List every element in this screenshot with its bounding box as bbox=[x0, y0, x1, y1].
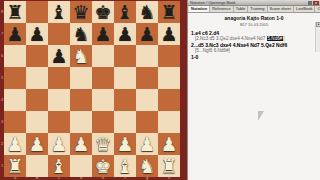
square-e5[interactable] bbox=[92, 67, 114, 89]
tab-strip: NotationReferenceTableTrainingScore shee… bbox=[188, 6, 320, 13]
tab-score-sheet[interactable]: Score sheet bbox=[268, 6, 294, 12]
square-h3[interactable] bbox=[158, 111, 180, 133]
piece-black-pawn: ♟ bbox=[136, 23, 158, 45]
square-a4[interactable] bbox=[4, 89, 26, 111]
minimize-icon[interactable] bbox=[308, 1, 312, 5]
square-a2[interactable]: ♟ bbox=[4, 133, 26, 155]
game-result: 1-0 bbox=[191, 54, 314, 60]
file-label-d: d bbox=[70, 175, 92, 180]
square-e1[interactable]: ♚ bbox=[92, 155, 114, 177]
piece-white-pawn: ♟ bbox=[48, 133, 70, 155]
square-b1[interactable] bbox=[26, 155, 48, 177]
square-g4[interactable] bbox=[136, 89, 158, 111]
piece-white-king: ♚ bbox=[92, 155, 114, 177]
square-e3[interactable] bbox=[92, 111, 114, 133]
variation-1-pre[interactable]: [2.Nc3 d5 3.Qe2 dxe4 4.Nxe4 Nd7 bbox=[195, 36, 267, 41]
file-label-f: f bbox=[114, 175, 136, 180]
file-label-b: b bbox=[26, 175, 48, 180]
piece-white-pawn: ♟ bbox=[114, 133, 136, 155]
square-b5[interactable] bbox=[26, 67, 48, 89]
square-f7[interactable]: ♟ bbox=[114, 23, 136, 45]
piece-black-pawn: ♟ bbox=[158, 23, 180, 45]
square-a8[interactable]: ♜ bbox=[4, 1, 26, 23]
piece-black-queen: ♛ bbox=[70, 1, 92, 23]
tab-notation[interactable]: Notation bbox=[189, 6, 210, 12]
panel-title: Notation / Openings Book bbox=[190, 0, 236, 5]
square-d3[interactable] bbox=[70, 111, 92, 133]
piece-black-rook: ♜ bbox=[158, 1, 180, 23]
square-c1[interactable]: ♝ bbox=[48, 155, 70, 177]
board-squares: ♜♝♛♚♝♞♜♟♟♞♟♟♟♟♟♞♟♟♟♟♛♟♟♟♜♝♚♝♞♜ bbox=[4, 1, 180, 177]
square-d6[interactable]: ♞ bbox=[70, 45, 92, 67]
square-a5[interactable] bbox=[4, 67, 26, 89]
square-d4[interactable] bbox=[70, 89, 92, 111]
game-header: anagoria Kajto Raton 1-0 B17 10.03.2005 bbox=[188, 13, 320, 27]
square-h7[interactable]: ♟ bbox=[158, 23, 180, 45]
square-c5[interactable] bbox=[48, 67, 70, 89]
square-c7[interactable] bbox=[48, 23, 70, 45]
tab-openings-book[interactable]: Openings Book bbox=[315, 6, 320, 12]
piece-black-knight: ♞ bbox=[136, 1, 158, 23]
piece-black-pawn: ♟ bbox=[26, 23, 48, 45]
square-f6[interactable] bbox=[114, 45, 136, 67]
file-label-a: a bbox=[4, 175, 26, 180]
square-h1[interactable]: ♜ bbox=[158, 155, 180, 177]
piece-white-rook: ♜ bbox=[4, 155, 26, 177]
piece-black-pawn: ♟ bbox=[92, 23, 114, 45]
move-list: 1.e4 c6 2.d4 [2.Nc3 d5 3.Qe2 dxe4 4.Nxe4… bbox=[188, 27, 320, 60]
square-e7[interactable]: ♟ bbox=[92, 23, 114, 45]
tab-reference[interactable]: Reference bbox=[210, 6, 233, 12]
piece-black-bishop: ♝ bbox=[48, 1, 70, 23]
scrollbar[interactable]: ▲ bbox=[315, 22, 320, 52]
square-b8[interactable] bbox=[26, 1, 48, 23]
chess-board: 87654321 ♜♝♛♚♝♞♜♟♟♞♟♟♟♟♟♞♟♟♟♟♛♟♟♟♜♝♚♝♞♜ … bbox=[0, 0, 187, 180]
square-g6[interactable] bbox=[136, 45, 158, 67]
square-f4[interactable] bbox=[114, 89, 136, 111]
square-f2[interactable]: ♟ bbox=[114, 133, 136, 155]
square-e6[interactable] bbox=[92, 45, 114, 67]
square-g3[interactable] bbox=[136, 111, 158, 133]
square-g8[interactable]: ♞ bbox=[136, 1, 158, 23]
square-b6[interactable] bbox=[26, 45, 48, 67]
square-b3[interactable] bbox=[26, 111, 48, 133]
piece-white-rook: ♜ bbox=[158, 155, 180, 177]
piece-white-pawn: ♟ bbox=[158, 133, 180, 155]
piece-white-queen: ♛ bbox=[92, 133, 114, 155]
piece-black-pawn: ♟ bbox=[48, 45, 70, 67]
file-label-e: e bbox=[92, 175, 114, 180]
mouse-cursor bbox=[258, 111, 264, 121]
square-a7[interactable]: ♟ bbox=[4, 23, 26, 45]
square-a6[interactable] bbox=[4, 45, 26, 67]
square-a3[interactable] bbox=[4, 111, 26, 133]
piece-white-pawn: ♟ bbox=[136, 133, 158, 155]
close-icon[interactable]: x bbox=[313, 1, 319, 5]
square-f3[interactable] bbox=[114, 111, 136, 133]
piece-black-knight: ♞ bbox=[70, 23, 92, 45]
piece-white-pawn: ♟ bbox=[70, 133, 92, 155]
square-f5[interactable] bbox=[114, 67, 136, 89]
piece-white-bishop: ♝ bbox=[114, 155, 136, 177]
square-g2[interactable]: ♟ bbox=[136, 133, 158, 155]
square-g5[interactable] bbox=[136, 67, 158, 89]
file-label-c: c bbox=[48, 175, 70, 180]
piece-black-king: ♚ bbox=[92, 1, 114, 23]
tab-livebook[interactable]: LiveBook bbox=[294, 6, 315, 12]
square-g1[interactable]: ♞ bbox=[136, 155, 158, 177]
file-label-h: h bbox=[158, 175, 180, 180]
square-c6[interactable]: ♟ bbox=[48, 45, 70, 67]
current-move-highlight[interactable]: 5.Nd6# bbox=[267, 36, 284, 41]
piece-white-knight: ♞ bbox=[136, 155, 158, 177]
square-c4[interactable] bbox=[48, 89, 70, 111]
square-h4[interactable] bbox=[158, 89, 180, 111]
notation-panel: Notation / Openings Book x NotationRefer… bbox=[187, 0, 320, 180]
square-c2[interactable]: ♟ bbox=[48, 133, 70, 155]
square-h2[interactable]: ♟ bbox=[158, 133, 180, 155]
square-d1[interactable] bbox=[70, 155, 92, 177]
panel-titlebar[interactable]: Notation / Openings Book x bbox=[188, 0, 320, 6]
piece-black-pawn: ♟ bbox=[4, 23, 26, 45]
square-c8[interactable]: ♝ bbox=[48, 1, 70, 23]
square-c3[interactable] bbox=[48, 111, 70, 133]
tab-table[interactable]: Table bbox=[234, 6, 249, 12]
players-result: anagoria Kajto Raton 1-0 bbox=[188, 15, 320, 21]
square-f8[interactable]: ♝ bbox=[114, 1, 136, 23]
piece-white-pawn: ♟ bbox=[4, 133, 26, 155]
square-f1[interactable]: ♝ bbox=[114, 155, 136, 177]
square-a1[interactable]: ♜ bbox=[4, 155, 26, 177]
square-h6[interactable] bbox=[158, 45, 180, 67]
piece-black-pawn: ♟ bbox=[114, 23, 136, 45]
piece-black-bishop: ♝ bbox=[114, 1, 136, 23]
variation-1-post: ] bbox=[283, 36, 284, 41]
square-b4[interactable] bbox=[26, 89, 48, 111]
piece-white-bishop: ♝ bbox=[48, 155, 70, 177]
scroll-up-icon[interactable]: ▲ bbox=[316, 22, 320, 27]
square-d8[interactable]: ♛ bbox=[70, 1, 92, 23]
square-b2[interactable]: ♟ bbox=[26, 133, 48, 155]
square-d7[interactable]: ♞ bbox=[70, 23, 92, 45]
square-e2[interactable]: ♛ bbox=[92, 133, 114, 155]
file-label-g: g bbox=[136, 175, 158, 180]
square-b7[interactable]: ♟ bbox=[26, 23, 48, 45]
piece-black-rook: ♜ bbox=[4, 1, 26, 23]
square-h8[interactable]: ♜ bbox=[158, 1, 180, 23]
piece-white-pawn: ♟ bbox=[26, 133, 48, 155]
tab-training[interactable]: Training bbox=[248, 6, 267, 12]
square-g7[interactable]: ♟ bbox=[136, 23, 158, 45]
square-d2[interactable]: ♟ bbox=[70, 133, 92, 155]
square-e4[interactable] bbox=[92, 89, 114, 111]
piece-white-knight: ♞ bbox=[70, 45, 92, 67]
file-labels: abcdefgh bbox=[4, 175, 180, 180]
square-d5[interactable] bbox=[70, 67, 92, 89]
square-h5[interactable] bbox=[158, 67, 180, 89]
square-e8[interactable]: ♚ bbox=[92, 1, 114, 23]
